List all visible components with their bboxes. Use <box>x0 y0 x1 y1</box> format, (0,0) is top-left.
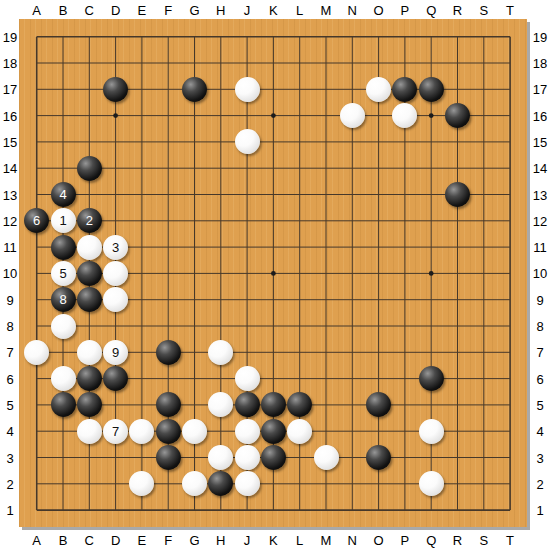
row-label-left-15: 15 <box>3 135 17 148</box>
column-label-top-C: C <box>85 4 94 17</box>
black-stone-C9[interactable] <box>77 287 102 312</box>
column-label-top-H: H <box>216 4 225 17</box>
black-stone-O3[interactable] <box>366 445 391 470</box>
white-stone-A7[interactable] <box>24 340 49 365</box>
black-stone-B5[interactable] <box>51 392 76 417</box>
row-label-right-18: 18 <box>533 57 547 70</box>
column-label-top-J: J <box>244 4 251 17</box>
white-stone-L4[interactable] <box>287 419 312 444</box>
column-label-bottom-M: M <box>321 534 332 547</box>
black-stone-B11[interactable] <box>51 235 76 260</box>
column-label-bottom-A: A <box>32 534 41 547</box>
row-label-left-7: 7 <box>6 346 13 359</box>
column-label-top-A: A <box>32 4 41 17</box>
row-label-left-10: 10 <box>3 267 17 280</box>
row-label-left-4: 4 <box>6 425 13 438</box>
black-stone-Q6[interactable] <box>419 366 444 391</box>
row-label-right-6: 6 <box>536 372 543 385</box>
column-label-bottom-G: G <box>189 534 199 547</box>
white-stone-D11[interactable]: 3 <box>103 235 128 260</box>
column-label-bottom-P: P <box>401 534 410 547</box>
black-stone-C6[interactable] <box>77 366 102 391</box>
white-stone-J6[interactable] <box>235 366 260 391</box>
white-stone-O17[interactable] <box>366 77 391 102</box>
star-point-Q10 <box>429 271 434 276</box>
column-label-bottom-Q: Q <box>426 534 436 547</box>
column-label-top-D: D <box>111 4 120 17</box>
column-label-bottom-O: O <box>374 534 384 547</box>
row-label-left-17: 17 <box>3 83 17 96</box>
white-stone-H7[interactable] <box>208 340 233 365</box>
row-label-right-1: 1 <box>536 504 543 517</box>
row-label-right-10: 10 <box>533 267 547 280</box>
white-stone-B12[interactable]: 1 <box>51 208 76 233</box>
column-label-top-S: S <box>479 4 488 17</box>
white-stone-J17[interactable] <box>235 77 260 102</box>
column-label-bottom-J: J <box>244 534 251 547</box>
white-stone-J2[interactable] <box>235 471 260 496</box>
black-stone-Q17[interactable] <box>419 77 444 102</box>
black-stone-R13[interactable] <box>445 182 470 207</box>
star-point-Q16 <box>429 113 434 118</box>
black-stone-G17[interactable] <box>182 77 207 102</box>
column-label-top-P: P <box>401 4 410 17</box>
star-point-K16 <box>271 113 276 118</box>
row-label-right-4: 4 <box>536 425 543 438</box>
row-label-right-2: 2 <box>536 477 543 490</box>
row-label-right-9: 9 <box>536 293 543 306</box>
row-label-left-14: 14 <box>3 162 17 175</box>
row-label-right-3: 3 <box>536 451 543 464</box>
row-label-left-12: 12 <box>3 214 17 227</box>
white-stone-B8[interactable] <box>51 314 76 339</box>
white-stone-E4[interactable] <box>129 419 154 444</box>
black-stone-F3[interactable] <box>156 445 181 470</box>
white-stone-D4[interactable]: 7 <box>103 419 128 444</box>
row-label-right-17: 17 <box>533 83 547 96</box>
column-label-top-E: E <box>138 4 147 17</box>
row-label-right-19: 19 <box>533 30 547 43</box>
move-number-5: 5 <box>59 267 66 280</box>
row-label-left-13: 13 <box>3 188 17 201</box>
row-label-left-2: 2 <box>6 477 13 490</box>
white-stone-C11[interactable] <box>77 235 102 260</box>
column-label-bottom-R: R <box>453 534 462 547</box>
row-label-left-18: 18 <box>3 57 17 70</box>
black-stone-C14[interactable] <box>77 156 102 181</box>
column-label-bottom-C: C <box>85 534 94 547</box>
column-label-bottom-H: H <box>216 534 225 547</box>
column-label-top-M: M <box>321 4 332 17</box>
white-stone-J15[interactable] <box>235 129 260 154</box>
row-label-left-11: 11 <box>3 241 17 254</box>
column-label-bottom-S: S <box>479 534 488 547</box>
move-number-9: 9 <box>112 346 119 359</box>
column-label-bottom-F: F <box>164 534 172 547</box>
black-stone-C12[interactable]: 2 <box>77 208 102 233</box>
black-stone-F7[interactable] <box>156 340 181 365</box>
row-label-right-13: 13 <box>533 188 547 201</box>
white-stone-B10[interactable]: 5 <box>51 261 76 286</box>
row-label-left-1: 1 <box>6 504 13 517</box>
row-label-right-7: 7 <box>536 346 543 359</box>
black-stone-B9[interactable]: 8 <box>51 287 76 312</box>
row-label-right-16: 16 <box>533 109 547 122</box>
black-stone-B13[interactable]: 4 <box>51 182 76 207</box>
white-stone-C7[interactable] <box>77 340 102 365</box>
move-number-3: 3 <box>112 241 119 254</box>
column-label-top-R: R <box>453 4 462 17</box>
star-point-K10 <box>271 271 276 276</box>
white-stone-B6[interactable] <box>51 366 76 391</box>
column-label-top-B: B <box>59 4 68 17</box>
black-stone-J5[interactable] <box>235 392 260 417</box>
move-number-7: 7 <box>112 425 119 438</box>
black-stone-C10[interactable] <box>77 261 102 286</box>
row-label-left-5: 5 <box>6 398 13 411</box>
column-label-top-Q: Q <box>426 4 436 17</box>
row-label-right-11: 11 <box>533 241 547 254</box>
move-number-8: 8 <box>59 293 66 306</box>
white-stone-D7[interactable]: 9 <box>103 340 128 365</box>
column-label-top-K: K <box>269 4 278 17</box>
black-stone-F5[interactable] <box>156 392 181 417</box>
column-label-bottom-B: B <box>59 534 68 547</box>
white-stone-N16[interactable] <box>340 103 365 128</box>
white-stone-G4[interactable] <box>182 419 207 444</box>
move-number-4: 4 <box>59 188 66 201</box>
column-label-bottom-E: E <box>138 534 147 547</box>
black-stone-K3[interactable] <box>261 445 286 470</box>
column-label-top-L: L <box>296 4 303 17</box>
white-stone-D10[interactable] <box>103 261 128 286</box>
row-label-left-8: 8 <box>6 320 13 333</box>
white-stone-Q4[interactable] <box>419 419 444 444</box>
row-label-right-15: 15 <box>533 135 547 148</box>
row-label-right-8: 8 <box>536 320 543 333</box>
row-label-left-19: 19 <box>3 30 17 43</box>
white-stone-C4[interactable] <box>77 419 102 444</box>
move-number-1: 1 <box>59 214 66 227</box>
white-stone-M3[interactable] <box>314 445 339 470</box>
row-label-left-3: 3 <box>6 451 13 464</box>
row-label-right-5: 5 <box>536 398 543 411</box>
column-label-top-N: N <box>348 4 357 17</box>
go-diagram: ABCDEFGHJKLMNOPQRST ABCDEFGHJKLMNOPQRST … <box>0 0 550 550</box>
column-label-top-O: O <box>374 4 384 17</box>
black-stone-F4[interactable] <box>156 419 181 444</box>
move-number-6: 6 <box>33 214 40 227</box>
column-label-top-G: G <box>189 4 199 17</box>
black-stone-K4[interactable] <box>261 419 286 444</box>
white-stone-Q2[interactable] <box>419 471 444 496</box>
row-label-left-9: 9 <box>6 293 13 306</box>
column-label-bottom-N: N <box>348 534 357 547</box>
star-point-D16 <box>113 113 118 118</box>
column-label-bottom-T: T <box>506 534 514 547</box>
row-label-left-6: 6 <box>6 372 13 385</box>
column-label-bottom-D: D <box>111 534 120 547</box>
go-board[interactable]: 461235897 <box>19 19 527 527</box>
column-label-top-F: F <box>164 4 172 17</box>
column-label-bottom-L: L <box>296 534 303 547</box>
black-stone-D17[interactable] <box>103 77 128 102</box>
column-label-top-T: T <box>506 4 514 17</box>
white-stone-J3[interactable] <box>235 445 260 470</box>
row-label-left-16: 16 <box>3 109 17 122</box>
column-label-bottom-K: K <box>269 534 278 547</box>
row-label-right-12: 12 <box>533 214 547 227</box>
white-stone-J4[interactable] <box>235 419 260 444</box>
row-label-right-14: 14 <box>533 162 547 175</box>
move-number-2: 2 <box>86 214 93 227</box>
black-stone-R16[interactable] <box>445 103 470 128</box>
